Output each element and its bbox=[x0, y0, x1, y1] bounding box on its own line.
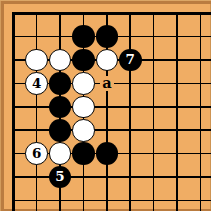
black-stone bbox=[49, 72, 72, 95]
board-point-c5-r5 bbox=[95, 95, 118, 118]
board-point-c5-r7 bbox=[95, 142, 118, 165]
board-point-c9-r7 bbox=[189, 142, 211, 165]
board-point-c7-r4 bbox=[142, 72, 165, 95]
board-point-c4-r1 bbox=[72, 2, 95, 25]
board-point-c6-r4 bbox=[119, 72, 142, 95]
board-point-c1-r1 bbox=[2, 2, 25, 25]
board-point-c2-r9 bbox=[25, 189, 48, 211]
go-board: 74a65 bbox=[2, 2, 211, 211]
board-point-c3-r9 bbox=[48, 189, 71, 211]
board-point-c3-r7 bbox=[48, 142, 71, 165]
white-stone bbox=[49, 142, 72, 165]
board-point-c4-r7 bbox=[72, 142, 95, 165]
board-point-c8-r7 bbox=[165, 142, 188, 165]
board-point-c8-r9 bbox=[165, 189, 188, 211]
board-point-c5-r1 bbox=[95, 2, 118, 25]
board-point-c7-r5 bbox=[142, 95, 165, 118]
board-point-c7-r6 bbox=[142, 119, 165, 142]
board-point-c6-r3: 7 bbox=[119, 48, 142, 71]
board-point-c4-r8 bbox=[72, 165, 95, 188]
board-point-c1-r7 bbox=[2, 142, 25, 165]
board-point-c9-r3 bbox=[189, 48, 211, 71]
white-stone bbox=[72, 96, 95, 119]
board-point-c1-r3 bbox=[2, 48, 25, 71]
board-point-c3-r6 bbox=[48, 119, 71, 142]
point-label-a: a bbox=[100, 76, 114, 91]
board-point-c3-r4 bbox=[48, 72, 71, 95]
board-point-c2-r8 bbox=[25, 165, 48, 188]
board-point-c1-r8 bbox=[2, 165, 25, 188]
board-point-c8-r4 bbox=[165, 72, 188, 95]
board-point-c3-r2 bbox=[48, 25, 71, 48]
white-stone-move-6: 6 bbox=[25, 142, 48, 165]
board-point-c3-r3 bbox=[48, 48, 71, 71]
board-point-c7-r7 bbox=[142, 142, 165, 165]
board-point-c6-r9 bbox=[119, 189, 142, 211]
board-point-c1-r9 bbox=[2, 189, 25, 211]
board-point-c2-r4: 4 bbox=[25, 72, 48, 95]
board-point-c9-r6 bbox=[189, 119, 211, 142]
board-point-c1-r4 bbox=[2, 72, 25, 95]
black-stone bbox=[72, 142, 95, 165]
board-point-c5-r2 bbox=[95, 25, 118, 48]
board-point-c1-r6 bbox=[2, 119, 25, 142]
board-point-c3-r1 bbox=[48, 2, 71, 25]
board-point-c4-r2 bbox=[72, 25, 95, 48]
white-stone bbox=[25, 49, 48, 72]
board-point-c2-r3 bbox=[25, 48, 48, 71]
board-point-c2-r1 bbox=[25, 2, 48, 25]
black-stone bbox=[96, 25, 119, 48]
board-point-c4-r9 bbox=[72, 189, 95, 211]
board-point-c4-r4 bbox=[72, 72, 95, 95]
board-point-c6-r7 bbox=[119, 142, 142, 165]
board-point-c7-r1 bbox=[142, 2, 165, 25]
black-stone bbox=[72, 49, 95, 72]
black-stone bbox=[49, 119, 72, 142]
board-point-c6-r8 bbox=[119, 165, 142, 188]
board-point-c9-r1 bbox=[189, 2, 211, 25]
board-point-c5-r6 bbox=[95, 119, 118, 142]
board-point-c9-r8 bbox=[189, 165, 211, 188]
go-diagram: 74a65 bbox=[0, 0, 211, 211]
board-point-c6-r1 bbox=[119, 2, 142, 25]
board-point-c5-r3 bbox=[95, 48, 118, 71]
board-point-c8-r2 bbox=[165, 25, 188, 48]
board-point-c3-r8: 5 bbox=[48, 165, 71, 188]
board-point-c3-r5 bbox=[48, 95, 71, 118]
white-stone bbox=[96, 49, 119, 72]
board-point-c5-r8 bbox=[95, 165, 118, 188]
black-stone bbox=[49, 96, 72, 119]
board-point-c7-r9 bbox=[142, 189, 165, 211]
board-point-c4-r5 bbox=[72, 95, 95, 118]
board-point-c5-r4: a bbox=[95, 72, 118, 95]
board-point-c6-r2 bbox=[119, 25, 142, 48]
board-point-c5-r9 bbox=[95, 189, 118, 211]
board-point-c2-r7: 6 bbox=[25, 142, 48, 165]
board-point-c1-r2 bbox=[2, 25, 25, 48]
board-point-c4-r6 bbox=[72, 119, 95, 142]
board-point-c8-r6 bbox=[165, 119, 188, 142]
board-point-c6-r6 bbox=[119, 119, 142, 142]
board-point-c7-r8 bbox=[142, 165, 165, 188]
black-stone bbox=[72, 25, 95, 48]
board-point-c7-r2 bbox=[142, 25, 165, 48]
board-point-c8-r8 bbox=[165, 165, 188, 188]
board-point-c7-r3 bbox=[142, 48, 165, 71]
board-point-c8-r1 bbox=[165, 2, 188, 25]
board-point-c9-r5 bbox=[189, 95, 211, 118]
white-stone bbox=[49, 49, 72, 72]
black-stone-move-5: 5 bbox=[49, 166, 72, 189]
board-point-c2-r6 bbox=[25, 119, 48, 142]
board-point-c6-r5 bbox=[119, 95, 142, 118]
board-point-c9-r2 bbox=[189, 25, 211, 48]
board-point-c9-r4 bbox=[189, 72, 211, 95]
white-stone bbox=[72, 72, 95, 95]
board-point-c4-r3 bbox=[72, 48, 95, 71]
board-point-c1-r5 bbox=[2, 95, 25, 118]
board-point-c8-r5 bbox=[165, 95, 188, 118]
board-point-c9-r9 bbox=[189, 189, 211, 211]
black-stone-move-7: 7 bbox=[119, 49, 142, 72]
board-point-c2-r2 bbox=[25, 25, 48, 48]
white-stone-move-4: 4 bbox=[25, 72, 48, 95]
board-point-c2-r5 bbox=[25, 95, 48, 118]
board-point-c8-r3 bbox=[165, 48, 188, 71]
black-stone bbox=[96, 142, 119, 165]
white-stone bbox=[72, 119, 95, 142]
